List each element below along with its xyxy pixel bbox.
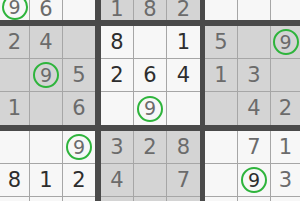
highlight-ring: 9 [33,62,59,88]
cell-r3c8[interactable]: 3 [238,59,271,92]
digit: 1 [279,137,292,158]
digit: 2 [72,170,85,191]
cell-r6c6[interactable]: 7 [167,164,200,197]
cell-r5c2[interactable] [30,131,63,164]
cell-r3c5[interactable]: 6 [134,59,167,92]
cell-r3c2[interactable]: 9 [30,59,63,92]
digit: 8 [177,137,190,158]
cell-r2c4[interactable]: 8 [101,26,134,59]
cell-r6c1[interactable]: 8 [0,164,30,197]
digit: 1 [110,0,123,20]
highlight-ring: 9 [137,96,163,122]
digit: 1 [177,32,190,53]
highlight-ring: 9 [241,167,267,193]
cell-r3c3[interactable]: 5 [63,59,95,92]
cell-r7c5[interactable] [134,197,167,201]
digit: 5 [214,32,227,53]
cell-r7c4[interactable] [101,197,134,201]
digit: 3 [247,65,260,86]
digit: 9 [73,138,85,157]
digit: 9 [8,0,20,17]
cell-r6c3[interactable]: 2 [63,164,95,197]
cell-r7c6[interactable] [167,197,200,201]
digit: 4 [177,65,190,86]
cell-r6c5[interactable] [134,164,167,197]
cell-r5c4[interactable]: 3 [101,131,134,164]
cell-r5c9[interactable]: 1 [271,131,300,164]
cell-r6c2[interactable]: 1 [30,164,63,197]
cell-r1c4[interactable]: 1 [101,0,134,20]
cell-r2c9[interactable]: 9 [271,26,300,59]
cell-r3c7[interactable]: 1 [205,59,238,92]
cell-r2c7[interactable]: 5 [205,26,238,59]
digit: 1 [8,98,21,119]
cell-r6c8[interactable]: 9 [238,164,271,197]
cell-r5c7[interactable] [205,131,238,164]
digit: 9 [248,171,260,190]
cell-r7c3[interactable] [63,197,95,201]
cell-r4c1[interactable]: 1 [0,92,30,125]
cell-r4c9[interactable]: 2 [271,92,300,125]
cell-r4c8[interactable]: 4 [238,92,271,125]
cell-r3c6[interactable]: 4 [167,59,200,92]
digit: 9 [279,33,291,52]
cell-r2c1[interactable]: 2 [0,26,30,59]
highlight-ring: 9 [66,134,92,160]
digit: 6 [39,0,52,20]
digit: 2 [110,65,123,86]
digit: 5 [72,65,85,86]
digit: 7 [177,170,190,191]
digit: 7 [247,137,260,158]
digit: 2 [143,137,156,158]
cell-r5c8[interactable]: 7 [238,131,271,164]
digit: 8 [143,0,156,20]
cell-r6c4[interactable]: 4 [101,164,134,197]
cell-r5c6[interactable]: 8 [167,131,200,164]
cell-r1c2[interactable]: 6 [30,0,63,20]
cell-r4c6[interactable] [167,92,200,125]
digit: 9 [40,66,52,85]
cell-r7c8[interactable] [238,197,271,201]
cell-r7c9[interactable] [271,197,300,201]
cell-r1c8[interactable] [238,0,271,20]
digit: 4 [39,32,52,53]
digit: 4 [247,98,260,119]
cell-r1c7[interactable] [205,0,238,20]
digit: 8 [110,32,123,53]
cell-r1c9[interactable] [271,0,300,20]
sudoku-board: 961822481599526413169429328718124793 [0,0,300,201]
digit: 2 [279,98,292,119]
digit: 6 [143,65,156,86]
cell-r2c6[interactable]: 1 [167,26,200,59]
cell-r4c5[interactable]: 9 [134,92,167,125]
cell-r1c6[interactable]: 2 [167,0,200,20]
digit: 1 [39,170,52,191]
cell-r4c3[interactable]: 6 [63,92,95,125]
cell-r7c1[interactable] [0,197,30,201]
cell-r4c2[interactable] [30,92,63,125]
digit: 6 [72,98,85,119]
cell-r5c5[interactable]: 2 [134,131,167,164]
cell-r5c1[interactable] [0,131,30,164]
cell-r2c5[interactable] [134,26,167,59]
digit: 3 [110,137,123,158]
cell-r2c8[interactable] [238,26,271,59]
cell-r6c7[interactable] [205,164,238,197]
digit: 4 [110,170,123,191]
cell-r7c2[interactable] [30,197,63,201]
cell-r3c9[interactable] [271,59,300,92]
digit: 3 [279,170,292,191]
digit: 1 [214,65,227,86]
cell-r1c5[interactable]: 8 [134,0,167,20]
highlight-ring: 9 [2,0,28,20]
cell-r4c7[interactable] [205,92,238,125]
cell-r7c7[interactable] [205,197,238,201]
cell-r1c3[interactable] [63,0,95,20]
digit: 8 [8,170,21,191]
cell-r3c1[interactable] [0,59,30,92]
cell-r4c4[interactable] [101,92,134,125]
digit: 2 [177,0,190,20]
cell-r3c4[interactable]: 2 [101,59,134,92]
cell-r2c2[interactable]: 4 [30,26,63,59]
digit: 9 [144,99,156,118]
highlight-ring: 9 [273,29,299,55]
digit: 2 [8,32,21,53]
cell-r5c3[interactable]: 9 [63,131,95,164]
cell-r1c1[interactable]: 9 [0,0,30,20]
cell-r2c3[interactable] [63,26,95,59]
cell-r6c9[interactable]: 3 [271,164,300,197]
